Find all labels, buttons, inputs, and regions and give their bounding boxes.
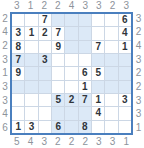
- cell-r8c9[interactable]: [119, 107, 131, 119]
- cell-r5c6[interactable]: 6: [79, 67, 91, 79]
- cell-r4c3[interactable]: 3: [39, 54, 51, 66]
- cell-r2c2[interactable]: 1: [25, 27, 37, 39]
- cell-r5c3[interactable]: [39, 67, 51, 79]
- cell-r8c6[interactable]: [79, 107, 91, 119]
- bottom-clues: 543222331: [10, 135, 133, 148]
- right-clue-3: 4: [133, 39, 144, 53]
- cell-r6c5[interactable]: [65, 81, 77, 93]
- cell-r1c6[interactable]: [79, 14, 91, 26]
- right-clue-7: 3: [133, 94, 144, 108]
- cell-r7c7[interactable]: 1: [92, 94, 104, 106]
- cell-r1c3[interactable]: 7: [39, 14, 51, 26]
- cell-r8c5[interactable]: [65, 107, 77, 119]
- bottom-clue-3: 3: [37, 135, 51, 148]
- cell-r7c2[interactable]: [25, 94, 37, 106]
- cell-r2c6[interactable]: [79, 27, 91, 39]
- cell-r5c8[interactable]: [105, 67, 117, 79]
- cell-r5c1[interactable]: 9: [12, 67, 24, 79]
- corner-bottom-right: [133, 135, 144, 148]
- cell-r3c2[interactable]: [25, 41, 37, 53]
- cell-r3c5[interactable]: [65, 41, 77, 53]
- cell-r4c9[interactable]: [119, 54, 131, 66]
- top-clue-1: 3: [10, 0, 24, 12]
- cell-r9c2[interactable]: 3: [25, 121, 37, 133]
- cell-r9c5[interactable]: [65, 121, 77, 133]
- cell-r2c8[interactable]: [105, 27, 117, 39]
- cell-r3c8[interactable]: [105, 41, 117, 53]
- right-clue-4: 3: [133, 53, 144, 67]
- cell-r5c7[interactable]: 5: [92, 67, 104, 79]
- cell-r4c1[interactable]: 7: [12, 54, 24, 66]
- cell-r4c4[interactable]: [52, 54, 64, 66]
- top-clue-4: 2: [51, 0, 65, 12]
- cell-r9c1[interactable]: 1: [12, 121, 24, 133]
- cell-r3c6[interactable]: [79, 41, 91, 53]
- right-clue-5: 2: [133, 67, 144, 81]
- left-clue-6: 3: [0, 80, 10, 94]
- cell-r6c3[interactable]: [39, 81, 51, 93]
- cell-r3c1[interactable]: 8: [12, 41, 24, 53]
- cell-r8c8[interactable]: [105, 107, 117, 119]
- cell-r6c1[interactable]: [12, 81, 24, 93]
- cell-r2c9[interactable]: 4: [119, 27, 131, 39]
- right-clue-2: 2: [133, 26, 144, 40]
- top-clue-7: 3: [92, 0, 106, 12]
- bottom-clue-2: 4: [24, 135, 38, 148]
- bottom-clue-7: 3: [92, 135, 106, 148]
- cell-r5c9[interactable]: [119, 67, 131, 79]
- left-clue-1: 2: [0, 12, 10, 26]
- cell-r9c9[interactable]: [119, 121, 131, 133]
- cell-r4c7[interactable]: [92, 54, 104, 66]
- bottom-clue-5: 2: [65, 135, 79, 148]
- cell-r5c2[interactable]: [25, 67, 37, 79]
- corner-top-left: [0, 0, 10, 12]
- bottom-clue-1: 5: [10, 135, 24, 148]
- cell-r8c3[interactable]: [39, 107, 51, 119]
- cell-r2c3[interactable]: 2: [39, 27, 51, 39]
- cell-r8c2[interactable]: [25, 107, 37, 119]
- cell-r1c8[interactable]: [105, 14, 117, 26]
- cell-r7c6[interactable]: 7: [79, 94, 91, 106]
- cell-r2c7[interactable]: [92, 27, 104, 39]
- right-clues: 324322331: [133, 12, 144, 135]
- cell-r4c2[interactable]: [25, 54, 37, 66]
- bottom-clue-9: 1: [119, 135, 133, 148]
- right-clue-9: 1: [133, 121, 144, 135]
- cell-r6c2[interactable]: [25, 81, 37, 93]
- cell-r7c1[interactable]: [12, 94, 24, 106]
- left-clue-9: 6: [0, 121, 10, 135]
- cell-r3c9[interactable]: 1: [119, 41, 131, 53]
- cell-r3c3[interactable]: [39, 41, 51, 53]
- cell-r7c8[interactable]: [105, 94, 117, 106]
- right-clue-8: 3: [133, 108, 144, 122]
- left-clue-3: 2: [0, 39, 10, 53]
- corner-top-right: [133, 0, 144, 12]
- top-clue-6: 3: [78, 0, 92, 12]
- cell-r2c5[interactable]: [65, 27, 77, 39]
- cell-r9c7[interactable]: [92, 121, 104, 133]
- cell-r1c7[interactable]: [92, 14, 104, 26]
- cell-r1c5[interactable]: [65, 14, 77, 26]
- cell-r6c8[interactable]: [105, 81, 117, 93]
- bottom-clue-8: 3: [106, 135, 120, 148]
- left-clue-5: 1: [0, 67, 10, 81]
- cell-r8c7[interactable]: 4: [92, 107, 104, 119]
- cell-r9c6[interactable]: 8: [79, 121, 91, 133]
- cell-r4c5[interactable]: [65, 54, 77, 66]
- cell-r9c8[interactable]: [105, 121, 117, 133]
- right-clue-6: 2: [133, 80, 144, 94]
- top-clues: 312243323: [10, 0, 133, 12]
- left-clues: 242313346: [0, 12, 10, 135]
- cell-r1c1[interactable]: [12, 14, 24, 26]
- cell-r7c3[interactable]: [39, 94, 51, 106]
- left-clue-2: 4: [0, 26, 10, 40]
- cell-r6c9[interactable]: [119, 81, 131, 93]
- cell-r6c4[interactable]: [52, 81, 64, 93]
- cell-r3c7[interactable]: 7: [92, 41, 104, 53]
- cell-r2c1[interactable]: 3: [12, 27, 24, 39]
- top-clue-5: 4: [65, 0, 79, 12]
- cell-r8c1[interactable]: [12, 107, 24, 119]
- cell-r8c4[interactable]: [52, 107, 64, 119]
- top-clue-9: 3: [119, 0, 133, 12]
- corner-bottom-left: [0, 135, 10, 148]
- left-clue-4: 3: [0, 53, 10, 67]
- cell-r7c4[interactable]: 5: [52, 94, 64, 106]
- bottom-clue-4: 2: [51, 135, 65, 148]
- right-clue-1: 3: [133, 12, 144, 26]
- cell-r7c5[interactable]: 2: [65, 94, 77, 106]
- cell-r6c7[interactable]: [92, 81, 104, 93]
- cell-r5c5[interactable]: [65, 67, 77, 79]
- bottom-clue-6: 2: [78, 135, 92, 148]
- cell-r1c9[interactable]: 6: [119, 14, 131, 26]
- cell-r5c4[interactable]: [52, 67, 64, 79]
- cell-r2c4[interactable]: 7: [52, 27, 64, 39]
- cell-r6c6[interactable]: 1: [79, 81, 91, 93]
- cell-r4c8[interactable]: [105, 54, 117, 66]
- cell-r1c4[interactable]: [52, 14, 64, 26]
- top-clue-2: 1: [24, 0, 38, 12]
- cell-r1c2[interactable]: [25, 14, 37, 26]
- left-clue-7: 3: [0, 94, 10, 108]
- cell-r4c6[interactable]: [79, 54, 91, 66]
- cell-r9c4[interactable]: 6: [52, 121, 64, 133]
- top-clue-3: 2: [37, 0, 51, 12]
- top-clue-8: 2: [106, 0, 120, 12]
- left-clue-8: 4: [0, 108, 10, 122]
- cell-r9c3[interactable]: [39, 121, 51, 133]
- puzzle-page: 312243323 242313346 76312748971739651527…: [0, 0, 144, 148]
- cell-r3c4[interactable]: 9: [52, 41, 64, 53]
- cell-r7c9[interactable]: 3: [119, 94, 131, 106]
- sudoku-board: 763127489717396515271341368: [10, 12, 133, 135]
